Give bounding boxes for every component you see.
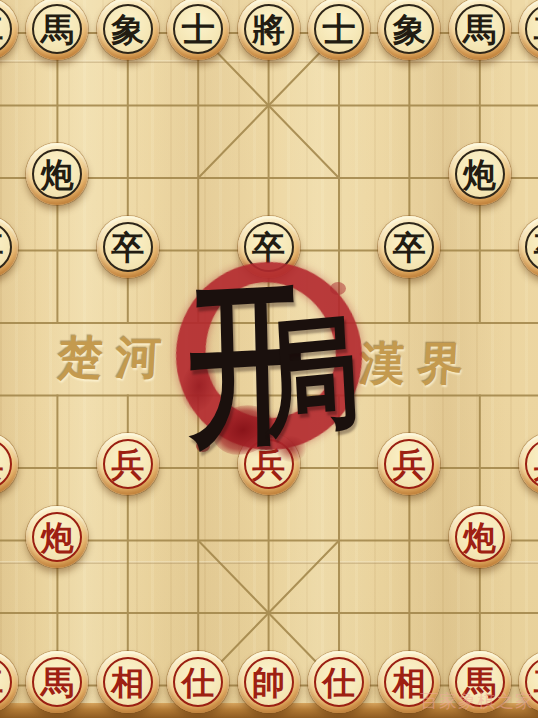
piece-black-soldier[interactable]: 卒 (97, 216, 159, 278)
piece-red-soldier[interactable]: 兵 (0, 433, 18, 495)
piece-red-soldier[interactable]: 兵 (238, 433, 300, 495)
piece-black-soldier[interactable]: 卒 (238, 216, 300, 278)
piece-label: 相 (103, 657, 153, 707)
piece-red-soldier[interactable]: 兵 (378, 433, 440, 495)
watermark-text: 百家象棋之家 (420, 689, 534, 713)
piece-black-soldier[interactable]: 卒 (519, 216, 538, 278)
piece-red-cannon[interactable]: 炮 (449, 506, 511, 568)
piece-black-soldier[interactable]: 卒 (0, 216, 18, 278)
piece-label: 卒 (103, 222, 153, 272)
piece-black-advisor[interactable]: 士 (308, 0, 370, 60)
piece-red-elephant[interactable]: 相 (97, 651, 159, 713)
piece-red-advisor[interactable]: 仕 (308, 651, 370, 713)
piece-label: 兵 (0, 439, 12, 489)
piece-label: 卒 (0, 222, 12, 272)
piece-black-advisor[interactable]: 士 (167, 0, 229, 60)
piece-label: 兵 (244, 439, 294, 489)
piece-label: 車 (525, 4, 538, 54)
piece-label: 象 (103, 4, 153, 54)
piece-black-chariot[interactable]: 車 (0, 0, 18, 60)
piece-label: 炮 (32, 149, 82, 199)
piece-red-soldier[interactable]: 兵 (97, 433, 159, 495)
piece-label: 車 (0, 4, 12, 54)
piece-label: 卒 (384, 222, 434, 272)
piece-black-elephant[interactable]: 象 (97, 0, 159, 60)
piece-red-horse[interactable]: 馬 (26, 651, 88, 713)
piece-label: 車 (0, 657, 12, 707)
piece-label: 兵 (103, 439, 153, 489)
piece-label: 帥 (244, 657, 294, 707)
xiangqi-board[interactable]: 楚河 漢界 車馬象士將士象馬車炮炮卒卒卒卒卒兵兵兵兵兵炮炮車馬相仕帥仕相馬車 开… (0, 0, 538, 718)
piece-label: 卒 (244, 222, 294, 272)
piece-label: 象 (384, 4, 434, 54)
piece-label: 兵 (525, 439, 538, 489)
piece-black-soldier[interactable]: 卒 (378, 216, 440, 278)
piece-label: 炮 (32, 512, 82, 562)
piece-label: 將 (244, 4, 294, 54)
piece-black-chariot[interactable]: 車 (519, 0, 538, 60)
piece-label: 炮 (455, 149, 505, 199)
piece-label: 馬 (455, 4, 505, 54)
pieces-grid: 車馬象士將士象馬車炮炮卒卒卒卒卒兵兵兵兵兵炮炮車馬相仕帥仕相馬車 (0, 0, 538, 718)
piece-red-soldier[interactable]: 兵 (519, 433, 538, 495)
piece-red-cannon[interactable]: 炮 (26, 506, 88, 568)
piece-label: 卒 (525, 222, 538, 272)
piece-label: 士 (173, 4, 223, 54)
piece-black-cannon[interactable]: 炮 (26, 143, 88, 205)
piece-black-elephant[interactable]: 象 (378, 0, 440, 60)
piece-black-general[interactable]: 將 (238, 0, 300, 60)
piece-red-advisor[interactable]: 仕 (167, 651, 229, 713)
piece-label: 兵 (384, 439, 434, 489)
piece-black-horse[interactable]: 馬 (449, 0, 511, 60)
piece-label: 馬 (32, 657, 82, 707)
piece-red-general[interactable]: 帥 (238, 651, 300, 713)
piece-red-chariot[interactable]: 車 (0, 651, 18, 713)
piece-label: 馬 (32, 4, 82, 54)
piece-label: 炮 (455, 512, 505, 562)
piece-label: 士 (314, 4, 364, 54)
piece-black-cannon[interactable]: 炮 (449, 143, 511, 205)
piece-label: 仕 (314, 657, 364, 707)
piece-black-horse[interactable]: 馬 (26, 0, 88, 60)
piece-label: 仕 (173, 657, 223, 707)
